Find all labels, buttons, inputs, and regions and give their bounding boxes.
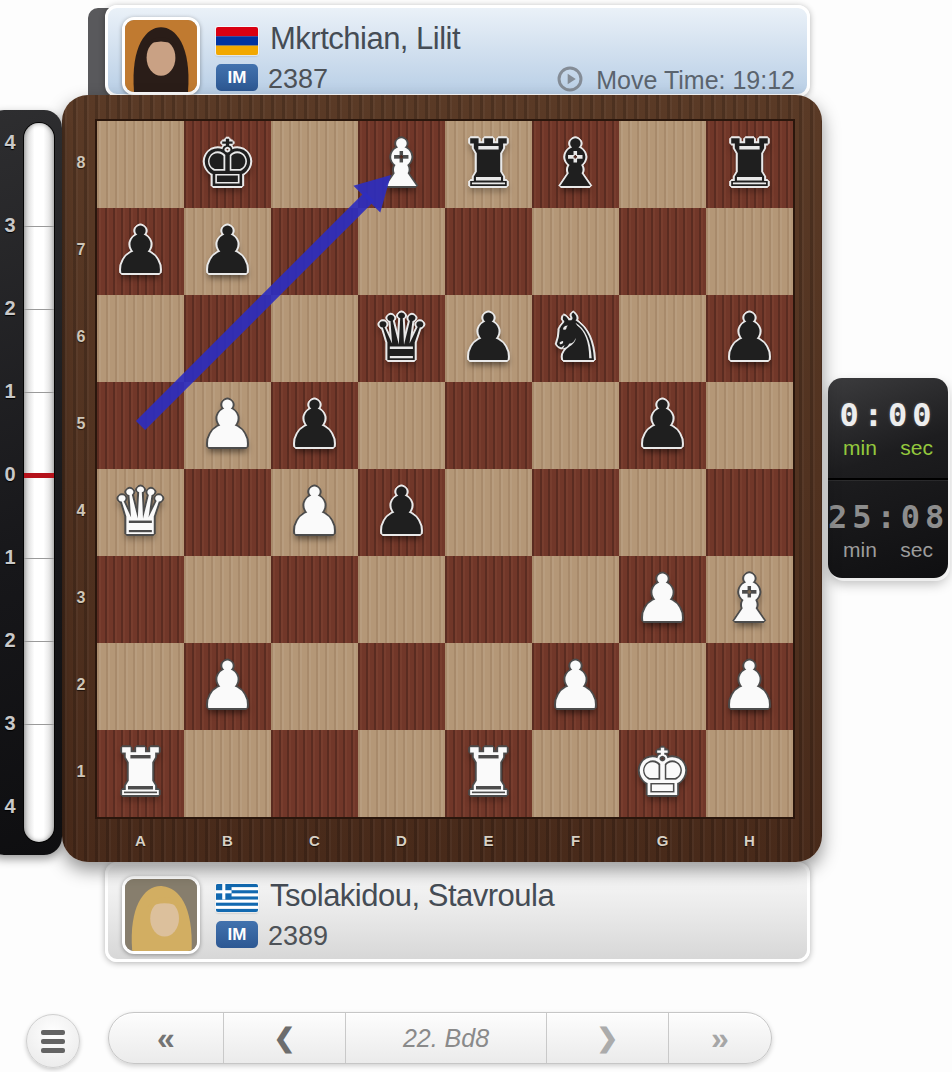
square-c6[interactable] [271,295,358,382]
piece-black-pawn-a7[interactable]: ♟ [97,208,184,295]
piece-black-rook-h8[interactable]: ♜ [706,121,793,208]
file-label-g: G [619,832,706,849]
clock-bottom-time: 25:08 [828,498,948,536]
clock-top-sec-label: sec [900,436,933,460]
broadcast-widget: Mkrtchian, Lilit IM 2387 Move Time: 19:1… [0,0,952,1072]
piece-white-pawn-h2[interactable]: ♟ [706,643,793,730]
square-a2[interactable] [97,643,184,730]
square-a3[interactable] [97,556,184,643]
clock-bottom-min-label: min [843,538,877,562]
piece-white-pawn-b5[interactable]: ♟ [184,382,271,469]
eval-scale-3: 1 [0,380,22,403]
player-photo-top-image [125,20,197,92]
square-g4[interactable] [619,469,706,556]
square-e3[interactable] [445,556,532,643]
square-f3[interactable] [532,556,619,643]
go-to-start-button[interactable]: « [109,1013,224,1063]
eval-scale-5: 1 [0,546,22,569]
title-badge-bottom: IM [216,921,258,948]
piece-white-queen-a4[interactable]: ♛ [97,469,184,556]
square-a5[interactable] [97,382,184,469]
square-h5[interactable] [706,382,793,469]
square-a8[interactable] [97,121,184,208]
square-b3[interactable] [184,556,271,643]
piece-white-pawn-c4[interactable]: ♟ [271,469,358,556]
player-name-bottom: Tsolakidou, Stavroula [270,878,554,914]
piece-white-bishop-h3[interactable]: ♝ [706,556,793,643]
square-e7[interactable] [445,208,532,295]
square-f5[interactable] [532,382,619,469]
rank-label-7: 7 [70,241,92,259]
greece-flag-icon [216,884,258,912]
square-e2[interactable] [445,643,532,730]
player-card-top: Mkrtchian, Lilit IM 2387 Move Time: 19:1… [105,5,810,97]
eval-gridline [24,641,54,642]
file-label-d: D [358,832,445,849]
current-move-display: 22. Bd8 [346,1013,547,1063]
rank-label-6: 6 [70,328,92,346]
eval-scale-0: 4 [0,131,22,154]
square-d2[interactable] [358,643,445,730]
piece-white-pawn-g3[interactable]: ♟ [619,556,706,643]
square-e4[interactable] [445,469,532,556]
piece-black-pawn-c5[interactable]: ♟ [271,382,358,469]
square-h7[interactable] [706,208,793,295]
rank-label-3: 3 [70,589,92,607]
piece-white-king-g1[interactable]: ♚ [619,730,706,817]
evaluation-gauge: 432101234 [0,110,62,855]
clock-top: 0:00 min sec [828,378,948,478]
clock-top-time: 0:00 [828,396,948,434]
square-h1[interactable] [706,730,793,817]
player-name-top: Mkrtchian, Lilit [270,21,460,57]
square-f1[interactable] [532,730,619,817]
square-d3[interactable] [358,556,445,643]
go-to-end-button[interactable]: » [669,1013,771,1063]
square-b4[interactable] [184,469,271,556]
hamburger-icon [41,1030,65,1035]
chevron-right-icon: ❯ [597,1025,619,1051]
eval-gridline [24,392,54,393]
square-c1[interactable] [271,730,358,817]
armenia-flag-icon [216,27,258,55]
piece-black-pawn-h6[interactable]: ♟ [706,295,793,382]
clock-bottom-sec-label: sec [900,538,933,562]
piece-white-rook-e1[interactable]: ♜ [445,730,532,817]
square-g8[interactable] [619,121,706,208]
eval-scale-8: 4 [0,795,22,818]
square-c8[interactable] [271,121,358,208]
rating-bottom: 2389 [268,921,328,952]
piece-white-pawn-f2[interactable]: ♟ [532,643,619,730]
square-a6[interactable] [97,295,184,382]
previous-move-button[interactable]: ❮ [224,1013,346,1063]
rank-label-4: 4 [70,502,92,520]
eval-scale-7: 3 [0,712,22,735]
move-time-icon [555,64,585,94]
piece-white-rook-a1[interactable]: ♜ [97,730,184,817]
rating-top: 2387 [268,64,328,95]
piece-white-bishop-d8[interactable]: ♝ [358,121,445,208]
square-g2[interactable] [619,643,706,730]
file-label-h: H [706,832,793,849]
eval-scale-1: 3 [0,214,22,237]
evaluation-tube [24,123,54,842]
eval-scale-2: 2 [0,297,22,320]
rank-label-1: 1 [70,763,92,781]
square-c7[interactable] [271,208,358,295]
file-label-e: E [445,832,532,849]
player-card-bottom: Tsolakidou, Stavroula IM 2389 [105,862,810,962]
square-g7[interactable] [619,208,706,295]
eval-scale-4: 0 [0,463,22,486]
move-time-text: Move Time: 19:12 [596,66,795,95]
square-c3[interactable] [271,556,358,643]
piece-black-bishop-f8[interactable]: ♝ [532,121,619,208]
eval-gridline [24,724,54,725]
file-label-f: F [532,832,619,849]
eval-gridline [24,226,54,227]
eval-scale-6: 2 [0,629,22,652]
title-badge-top: IM [216,64,258,91]
piece-black-pawn-b7[interactable]: ♟ [184,208,271,295]
move-navigation-toolbar: « ❮ 22. Bd8 ❯ » [108,1012,772,1064]
player-photo-bottom-image [125,879,197,951]
piece-black-pawn-d4[interactable]: ♟ [358,469,445,556]
rank-label-8: 8 [70,154,92,172]
square-h4[interactable] [706,469,793,556]
clock-panel: 0:00 min sec 25:08 min sec [828,378,948,578]
file-label-b: B [184,832,271,849]
rank-label-2: 2 [70,676,92,694]
clock-bottom: 25:08 min sec [828,478,948,580]
eval-gridline [24,309,54,310]
square-f7[interactable] [532,208,619,295]
square-d7[interactable] [358,208,445,295]
chevron-left-icon: ❮ [274,1025,296,1051]
file-label-a: A [97,832,184,849]
piece-black-king-b8[interactable]: ♚ [184,121,271,208]
piece-black-queen-d6[interactable]: ♛ [358,295,445,382]
eval-current-marker [24,473,54,478]
fast-forward-icon: » [711,1022,729,1054]
file-label-c: C [271,832,358,849]
square-d5[interactable] [358,382,445,469]
clock-top-min-label: min [843,436,877,460]
square-g6[interactable] [619,295,706,382]
piece-black-pawn-g5[interactable]: ♟ [619,382,706,469]
square-b6[interactable] [184,295,271,382]
eval-gridline [24,558,54,559]
piece-black-pawn-e6[interactable]: ♟ [445,295,532,382]
square-d1[interactable] [358,730,445,817]
chess-board-frame: ♚♝♜♝♜♟♟♛♟♞♟♟♟♟♛♟♟♟♝♟♟♟♜♜♚ 87654321 ABCDE… [62,95,822,862]
rewind-icon: « [157,1022,175,1054]
square-f4[interactable] [532,469,619,556]
rank-label-5: 5 [70,415,92,433]
piece-black-knight-f6[interactable]: ♞ [532,295,619,382]
square-b1[interactable] [184,730,271,817]
player-photo-bottom [122,876,200,954]
current-move-label: 22. Bd8 [403,1024,489,1053]
menu-button[interactable] [26,1014,80,1068]
piece-black-rook-e8[interactable]: ♜ [445,121,532,208]
square-c2[interactable] [271,643,358,730]
square-e5[interactable] [445,382,532,469]
chess-board[interactable]: ♚♝♜♝♜♟♟♛♟♞♟♟♟♟♛♟♟♟♝♟♟♟♜♜♚ [97,121,793,817]
next-move-button[interactable]: ❯ [547,1013,669,1063]
piece-white-pawn-b2[interactable]: ♟ [184,643,271,730]
player-photo-top [122,17,200,95]
